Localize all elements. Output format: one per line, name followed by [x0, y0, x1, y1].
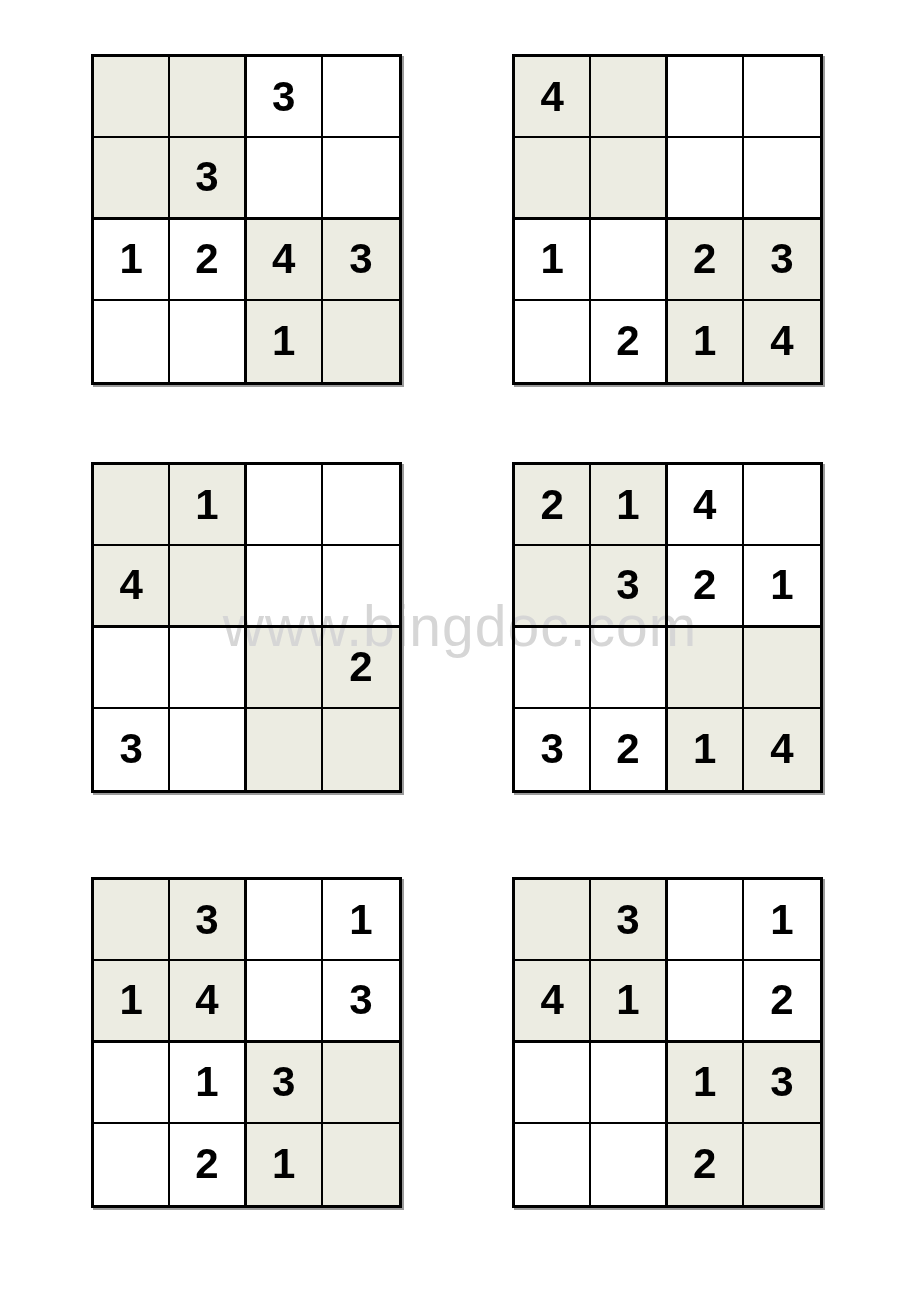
cell-r1c4 — [323, 57, 399, 138]
cell-r1c3 — [668, 57, 744, 138]
cell-r3c4 — [744, 628, 820, 709]
cell-r1c1 — [515, 880, 591, 961]
cell-r3c3: 3 — [247, 1043, 323, 1124]
cell-r2c1 — [515, 546, 591, 627]
cell-r1c3: 4 — [668, 465, 744, 546]
cell-r2c4: 3 — [323, 961, 399, 1042]
cell-r3c1: 1 — [515, 220, 591, 301]
cell-r4c2: 2 — [591, 301, 667, 382]
cell-r1c1 — [94, 57, 170, 138]
cell-r1c1 — [94, 465, 170, 546]
cell-r3c1 — [515, 628, 591, 709]
cell-r2c3 — [247, 138, 323, 219]
cell-r2c4: 2 — [744, 961, 820, 1042]
cell-r4c4 — [323, 1124, 399, 1205]
cell-r1c1 — [94, 880, 170, 961]
cell-r1c4 — [744, 57, 820, 138]
cell-r4c3: 1 — [668, 709, 744, 790]
cell-r1c3 — [247, 465, 323, 546]
cell-r4c1: 3 — [515, 709, 591, 790]
cell-r4c4 — [323, 709, 399, 790]
cell-r2c2 — [170, 546, 246, 627]
cell-r4c4: 4 — [744, 709, 820, 790]
cell-r1c2: 1 — [591, 465, 667, 546]
cell-r3c1 — [94, 628, 170, 709]
cell-r4c3 — [247, 709, 323, 790]
cell-r1c3 — [247, 880, 323, 961]
cell-r2c3 — [668, 961, 744, 1042]
cell-r2c2: 1 — [591, 961, 667, 1042]
cell-r1c2 — [591, 57, 667, 138]
cell-r1c2: 3 — [170, 880, 246, 961]
cell-r2c3: 2 — [668, 546, 744, 627]
cell-r4c3: 1 — [247, 301, 323, 382]
cell-r1c4: 1 — [744, 880, 820, 961]
cell-r3c3: 1 — [668, 1043, 744, 1124]
cell-r3c4: 2 — [323, 628, 399, 709]
cell-r2c1 — [94, 138, 170, 219]
cell-r1c3: 3 — [247, 57, 323, 138]
cell-r1c4 — [744, 465, 820, 546]
cell-r4c2 — [591, 1124, 667, 1205]
cell-r4c4 — [323, 301, 399, 382]
sudoku-board-3: 1423 — [91, 462, 402, 793]
cell-r3c3 — [247, 628, 323, 709]
worksheet-page: 3312431 4123214 1423 2143213214 31143132… — [0, 0, 920, 1301]
cell-r4c2: 2 — [170, 1124, 246, 1205]
cell-r4c3: 1 — [247, 1124, 323, 1205]
sudoku-board-6: 31412132 — [512, 877, 823, 1208]
cell-r4c1 — [94, 301, 170, 382]
cell-r3c2 — [591, 220, 667, 301]
cell-r3c2: 2 — [170, 220, 246, 301]
cell-r4c2 — [170, 709, 246, 790]
cell-r2c3 — [247, 961, 323, 1042]
cell-r2c3 — [668, 138, 744, 219]
cell-r3c2 — [591, 628, 667, 709]
cell-r3c3 — [668, 628, 744, 709]
sudoku-board-4: 2143213214 — [512, 462, 823, 793]
cell-r2c1: 4 — [94, 546, 170, 627]
cell-r2c1 — [515, 138, 591, 219]
sudoku-board-2: 4123214 — [512, 54, 823, 385]
cell-r3c3: 4 — [247, 220, 323, 301]
cell-r1c2: 3 — [591, 880, 667, 961]
cell-r4c2 — [170, 301, 246, 382]
cell-r2c1: 1 — [94, 961, 170, 1042]
cell-r4c1: 3 — [94, 709, 170, 790]
cell-r4c3: 2 — [668, 1124, 744, 1205]
cell-r4c1 — [94, 1124, 170, 1205]
cell-r1c4: 1 — [323, 880, 399, 961]
cell-r2c2: 3 — [170, 138, 246, 219]
cell-r2c4: 1 — [744, 546, 820, 627]
cell-r2c1: 4 — [515, 961, 591, 1042]
cell-r3c1: 1 — [94, 220, 170, 301]
cell-r3c1 — [94, 1043, 170, 1124]
cell-r4c1 — [515, 1124, 591, 1205]
cell-r2c2 — [591, 138, 667, 219]
sudoku-board-5: 311431321 — [91, 877, 402, 1208]
cell-r2c3 — [247, 546, 323, 627]
cell-r4c2: 2 — [591, 709, 667, 790]
cell-r3c4: 3 — [744, 1043, 820, 1124]
cell-r2c4 — [323, 138, 399, 219]
cell-r1c2: 1 — [170, 465, 246, 546]
cell-r3c4 — [323, 1043, 399, 1124]
cell-r4c4 — [744, 1124, 820, 1205]
cell-r4c3: 1 — [668, 301, 744, 382]
cell-r2c2: 4 — [170, 961, 246, 1042]
cell-r2c4 — [323, 546, 399, 627]
cell-r1c4 — [323, 465, 399, 546]
cell-r3c4: 3 — [323, 220, 399, 301]
cell-r2c2: 3 — [591, 546, 667, 627]
cell-r3c2 — [170, 628, 246, 709]
sudoku-board-1: 3312431 — [91, 54, 402, 385]
cell-r3c1 — [515, 1043, 591, 1124]
cell-r1c2 — [170, 57, 246, 138]
cell-r4c1 — [515, 301, 591, 382]
cell-r3c2 — [591, 1043, 667, 1124]
cell-r1c3 — [668, 880, 744, 961]
cell-r1c1: 4 — [515, 57, 591, 138]
cell-r3c4: 3 — [744, 220, 820, 301]
cell-r2c4 — [744, 138, 820, 219]
cell-r1c1: 2 — [515, 465, 591, 546]
cell-r3c2: 1 — [170, 1043, 246, 1124]
cell-r3c3: 2 — [668, 220, 744, 301]
cell-r4c4: 4 — [744, 301, 820, 382]
